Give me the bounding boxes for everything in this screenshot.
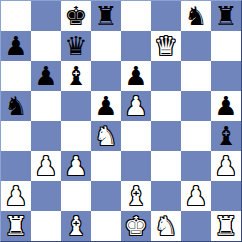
square-h3[interactable]: ♟: [211, 151, 241, 181]
piece-white-pawn[interactable]: ♟: [184, 181, 207, 211]
piece-black-pawn[interactable]: ♟: [34, 61, 57, 91]
square-h2[interactable]: [211, 181, 241, 211]
piece-white-knight[interactable]: ♞: [94, 121, 117, 151]
piece-black-queen[interactable]: ♛: [64, 31, 87, 61]
square-e3[interactable]: [121, 151, 151, 181]
square-a2[interactable]: ♟: [1, 181, 31, 211]
chess-board: ♚♜♞♜♟♛♛♟♝♟♞♟♟♟♞♝♟♟♟♟♝♟♜♝♚♞♜: [1, 1, 241, 241]
square-e6[interactable]: ♟: [121, 61, 151, 91]
square-f8[interactable]: [151, 1, 181, 31]
piece-white-queen[interactable]: ♛: [154, 31, 177, 61]
square-a8[interactable]: [1, 1, 31, 31]
square-c5[interactable]: [61, 91, 91, 121]
square-h5[interactable]: ♟: [211, 91, 241, 121]
square-a1[interactable]: ♜: [1, 211, 31, 241]
piece-black-bishop[interactable]: ♝: [214, 121, 237, 151]
square-c3[interactable]: ♟: [61, 151, 91, 181]
square-f7[interactable]: ♛: [151, 31, 181, 61]
square-b4[interactable]: [31, 121, 61, 151]
piece-white-pawn[interactable]: ♟: [34, 151, 57, 181]
square-g4[interactable]: [181, 121, 211, 151]
square-d5[interactable]: ♟: [91, 91, 121, 121]
square-d6[interactable]: [91, 61, 121, 91]
piece-white-rook[interactable]: ♜: [214, 211, 237, 241]
square-e7[interactable]: [121, 31, 151, 61]
square-g1[interactable]: [181, 211, 211, 241]
square-b3[interactable]: ♟: [31, 151, 61, 181]
square-f6[interactable]: [151, 61, 181, 91]
square-h8[interactable]: ♜: [211, 1, 241, 31]
square-g3[interactable]: [181, 151, 211, 181]
square-a7[interactable]: ♟: [1, 31, 31, 61]
piece-black-knight[interactable]: ♞: [184, 1, 207, 31]
piece-white-bishop[interactable]: ♝: [124, 181, 147, 211]
square-g7[interactable]: [181, 31, 211, 61]
square-c7[interactable]: ♛: [61, 31, 91, 61]
square-b2[interactable]: [31, 181, 61, 211]
piece-black-king[interactable]: ♚: [64, 1, 87, 31]
square-d7[interactable]: [91, 31, 121, 61]
piece-black-bishop[interactable]: ♝: [64, 61, 87, 91]
piece-white-pawn[interactable]: ♟: [214, 151, 237, 181]
piece-white-bishop[interactable]: ♝: [64, 211, 87, 241]
square-h6[interactable]: [211, 61, 241, 91]
square-a4[interactable]: [1, 121, 31, 151]
square-f1[interactable]: ♞: [151, 211, 181, 241]
square-a6[interactable]: [1, 61, 31, 91]
square-d1[interactable]: [91, 211, 121, 241]
square-d8[interactable]: ♜: [91, 1, 121, 31]
square-c4[interactable]: [61, 121, 91, 151]
piece-white-knight[interactable]: ♞: [154, 211, 177, 241]
square-h1[interactable]: ♜: [211, 211, 241, 241]
square-g8[interactable]: ♞: [181, 1, 211, 31]
square-a5[interactable]: ♞: [1, 91, 31, 121]
square-f3[interactable]: [151, 151, 181, 181]
square-a3[interactable]: [1, 151, 31, 181]
piece-black-pawn[interactable]: ♟: [214, 91, 237, 121]
square-b5[interactable]: [31, 91, 61, 121]
square-f5[interactable]: [151, 91, 181, 121]
square-e8[interactable]: [121, 1, 151, 31]
square-b6[interactable]: ♟: [31, 61, 61, 91]
square-e1[interactable]: ♚: [121, 211, 151, 241]
piece-white-pawn[interactable]: ♟: [124, 91, 147, 121]
piece-white-king[interactable]: ♚: [124, 211, 147, 241]
piece-white-rook[interactable]: ♜: [4, 211, 27, 241]
piece-black-rook[interactable]: ♜: [94, 1, 117, 31]
piece-black-pawn[interactable]: ♟: [4, 31, 27, 61]
square-g5[interactable]: [181, 91, 211, 121]
piece-black-rook[interactable]: ♜: [214, 1, 237, 31]
square-g2[interactable]: ♟: [181, 181, 211, 211]
square-h7[interactable]: [211, 31, 241, 61]
square-c1[interactable]: ♝: [61, 211, 91, 241]
square-d3[interactable]: [91, 151, 121, 181]
square-e4[interactable]: [121, 121, 151, 151]
piece-white-pawn[interactable]: ♟: [4, 181, 27, 211]
square-e2[interactable]: ♝: [121, 181, 151, 211]
square-d4[interactable]: ♞: [91, 121, 121, 151]
square-e5[interactable]: ♟: [121, 91, 151, 121]
square-f4[interactable]: [151, 121, 181, 151]
piece-black-pawn[interactable]: ♟: [124, 61, 147, 91]
square-c6[interactable]: ♝: [61, 61, 91, 91]
piece-black-knight[interactable]: ♞: [4, 91, 27, 121]
piece-black-pawn[interactable]: ♟: [94, 91, 117, 121]
square-f2[interactable]: [151, 181, 181, 211]
square-c2[interactable]: [61, 181, 91, 211]
piece-white-pawn[interactable]: ♟: [64, 151, 87, 181]
square-b1[interactable]: [31, 211, 61, 241]
square-c8[interactable]: ♚: [61, 1, 91, 31]
chess-board-frame: ♚♜♞♜♟♛♛♟♝♟♞♟♟♟♞♝♟♟♟♟♝♟♜♝♚♞♜: [0, 0, 242, 242]
square-d2[interactable]: [91, 181, 121, 211]
square-g6[interactable]: [181, 61, 211, 91]
square-b8[interactable]: [31, 1, 61, 31]
square-h4[interactable]: ♝: [211, 121, 241, 151]
square-b7[interactable]: [31, 31, 61, 61]
